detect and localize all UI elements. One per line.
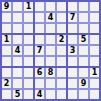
cell-r2c1[interactable] [2,13,11,22]
cell-r6c6[interactable] [57,57,66,66]
cell-r1c5[interactable] [46,2,55,11]
given-digit: 7 [70,13,76,22]
cell-r6c3[interactable] [24,57,33,66]
cell-r7c5[interactable]: 8 [46,68,55,77]
cell-r5c4[interactable]: 7 [35,46,44,55]
cell-r7c3[interactable] [24,68,33,77]
cell-r4c7[interactable] [68,35,77,44]
cell-r5c2[interactable]: 4 [13,46,22,55]
cell-r6c9[interactable] [90,57,99,66]
cell-r5c1[interactable] [2,46,11,55]
cell-r9c5[interactable] [46,90,55,99]
cell-r1c9[interactable] [90,2,99,11]
cell-r4c1[interactable]: 1 [2,35,11,44]
cell-r2c2[interactable] [13,13,22,22]
cell-r9c2[interactable]: 5 [13,90,22,99]
cell-r4c3[interactable] [24,35,33,44]
cell-r4c2[interactable] [13,35,22,44]
given-digit: 7 [37,46,43,55]
cell-r7c9[interactable]: 1 [90,68,99,77]
given-digit: 3 [70,46,76,55]
cell-r4c4[interactable] [35,35,44,44]
cell-r5c8[interactable] [79,46,88,55]
cell-r3c3[interactable] [24,24,33,33]
cell-r5c7[interactable]: 3 [68,46,77,55]
cell-r2c3[interactable] [24,13,33,22]
given-digit: 4 [15,46,21,55]
cell-r3c7[interactable] [68,24,77,33]
given-digit: 5 [81,35,87,44]
cell-r8c8[interactable]: 9 [79,79,88,88]
given-digit: 4 [48,13,54,22]
cell-r1c2[interactable] [13,2,22,11]
cell-r5c9[interactable] [90,46,99,55]
cell-r8c9[interactable] [90,79,99,88]
cell-r8c7[interactable] [68,79,77,88]
cell-r8c5[interactable] [46,79,55,88]
given-digit: 6 [37,68,43,77]
cell-r3c6[interactable] [57,24,66,33]
cell-r8c6[interactable] [57,79,66,88]
cell-r1c3[interactable]: 1 [24,2,33,11]
cell-r4c5[interactable] [46,35,55,44]
cell-r8c1[interactable]: 2 [2,79,11,88]
cell-r8c4[interactable] [35,79,44,88]
cell-r9c9[interactable] [90,90,99,99]
cell-r2c5[interactable]: 4 [46,13,55,22]
cell-r9c1[interactable] [2,90,11,99]
cell-r5c3[interactable] [24,46,33,55]
cell-r4c9[interactable] [90,35,99,44]
cell-r9c8[interactable] [79,90,88,99]
sudoku-screenshot: 91471254736812954 [0,0,101,101]
cell-r7c6[interactable] [57,68,66,77]
given-digit: 5 [15,90,21,99]
cell-r9c3[interactable] [24,90,33,99]
cell-r3c9[interactable] [90,24,99,33]
cell-r2c6[interactable] [57,13,66,22]
cell-r7c4[interactable]: 6 [35,68,44,77]
cell-r7c8[interactable] [79,68,88,77]
cell-r6c1[interactable] [2,57,11,66]
cell-r9c6[interactable] [57,90,66,99]
cell-r1c6[interactable] [57,2,66,11]
given-digit: 8 [48,68,54,77]
cell-r5c6[interactable] [57,46,66,55]
cell-r4c8[interactable]: 5 [79,35,88,44]
given-digit: 1 [26,2,32,11]
cell-r5c5[interactable] [46,46,55,55]
cell-r8c2[interactable] [13,79,22,88]
cell-r6c8[interactable] [79,57,88,66]
cell-r3c2[interactable] [13,24,22,33]
cell-r7c2[interactable] [13,68,22,77]
given-digit: 1 [4,35,10,44]
cell-r2c4[interactable] [35,13,44,22]
cell-r1c8[interactable] [79,2,88,11]
given-digit: 9 [4,2,10,11]
cell-r6c2[interactable] [13,57,22,66]
given-digit: 1 [92,68,98,77]
cell-r1c1[interactable]: 9 [2,2,11,11]
cell-r9c7[interactable] [68,90,77,99]
cell-r8c3[interactable] [24,79,33,88]
cell-r6c5[interactable] [46,57,55,66]
given-digit: 2 [4,79,10,88]
cell-r3c4[interactable] [35,24,44,33]
cell-r9c4[interactable]: 4 [35,90,44,99]
given-digit: 9 [81,79,87,88]
given-digit: 4 [37,90,43,99]
cell-r6c7[interactable] [68,57,77,66]
cell-r2c7[interactable]: 7 [68,13,77,22]
given-digit: 2 [59,35,65,44]
cell-r1c4[interactable] [35,2,44,11]
cell-r3c1[interactable] [2,24,11,33]
cell-r2c9[interactable] [90,13,99,22]
cell-r1c7[interactable] [68,2,77,11]
sudoku-board: 91471254736812954 [0,0,101,101]
cell-r7c1[interactable] [2,68,11,77]
cell-r2c8[interactable] [79,13,88,22]
cell-r3c5[interactable] [46,24,55,33]
cell-r4c6[interactable]: 2 [57,35,66,44]
cell-r3c8[interactable] [79,24,88,33]
cell-r6c4[interactable] [35,57,44,66]
cell-r7c7[interactable] [68,68,77,77]
